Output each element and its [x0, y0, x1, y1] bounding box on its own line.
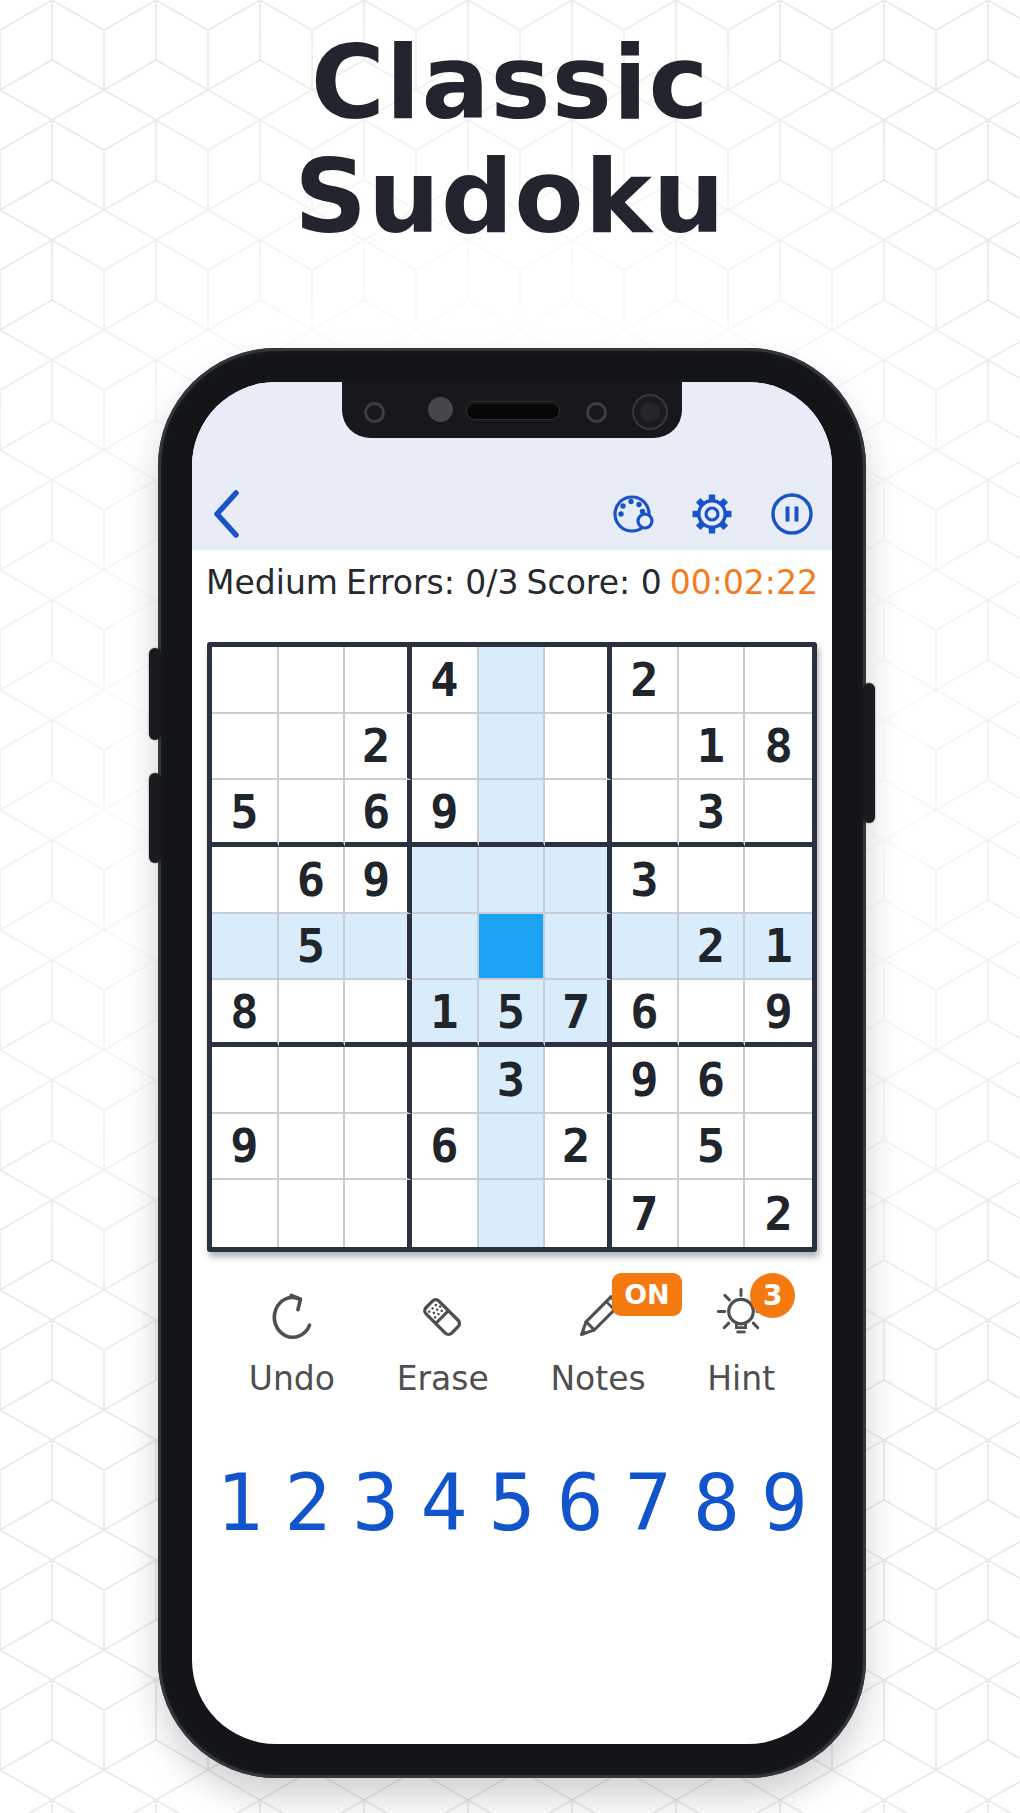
hint-button[interactable]: 3	[707, 1287, 775, 1398]
cell-r8c8[interactable]: 5	[679, 1114, 746, 1181]
cell-r4c3[interactable]: 9	[345, 847, 412, 914]
undo-icon	[261, 1287, 323, 1349]
numpad-9[interactable]: 9	[761, 1464, 808, 1542]
number-pad: 123456789	[192, 1464, 832, 1542]
cell-r8c4[interactable]: 6	[412, 1114, 479, 1181]
cell-r6c4[interactable]: 1	[412, 980, 479, 1047]
cell-r5c8[interactable]: 2	[679, 914, 746, 981]
cell-r8c9[interactable]	[745, 1114, 812, 1181]
cell-r7c5[interactable]: 3	[479, 1047, 546, 1114]
cell-r3c3[interactable]: 6	[345, 780, 412, 847]
cell-r5c7[interactable]	[612, 914, 679, 981]
cell-r4c5[interactable]	[479, 847, 546, 914]
pause-button[interactable]	[768, 490, 816, 538]
numpad-1[interactable]: 1	[216, 1464, 263, 1542]
cell-r8c6[interactable]: 2	[545, 1114, 612, 1181]
cell-r5c9[interactable]: 1	[745, 914, 812, 981]
sensor-dot-icon	[364, 402, 385, 423]
back-button[interactable]	[208, 486, 252, 542]
cell-r9c8[interactable]	[679, 1180, 746, 1247]
sudoku-board: 422185693693521815769396962572	[207, 642, 817, 1252]
cell-r3c7[interactable]	[612, 780, 679, 847]
cell-r8c5[interactable]	[479, 1114, 546, 1181]
cell-r9c1[interactable]	[212, 1180, 279, 1247]
cell-r3c9[interactable]	[745, 780, 812, 847]
back-chevron-icon	[208, 486, 252, 542]
numpad-8[interactable]: 8	[693, 1464, 740, 1542]
sensor-dot-icon	[586, 402, 607, 423]
difficulty-label: Medium	[206, 563, 338, 602]
page-title-line1: Classic	[0, 26, 1020, 140]
power-button	[863, 683, 875, 823]
notes-on-badge: ON	[612, 1273, 682, 1316]
cell-r2c8[interactable]: 1	[679, 714, 746, 781]
cell-r9c4[interactable]	[412, 1180, 479, 1247]
cell-r1c6[interactable]	[545, 647, 612, 714]
cell-r7c4[interactable]	[412, 1047, 479, 1114]
numpad-3[interactable]: 3	[352, 1464, 399, 1542]
undo-button[interactable]: Undo	[249, 1287, 335, 1398]
cell-r1c2[interactable]	[279, 647, 346, 714]
volume-down-button	[149, 773, 161, 863]
page-title-line2: Sudoku	[0, 140, 1020, 254]
hint-label: Hint	[707, 1359, 775, 1398]
cell-r9c5[interactable]	[479, 1180, 546, 1247]
status-row: Medium Errors: 0/3 Score: 0 00:02:22	[192, 560, 832, 604]
cell-r4c4[interactable]	[412, 847, 479, 914]
cell-r6c2[interactable]	[279, 980, 346, 1047]
cell-r5c5[interactable]	[479, 914, 546, 981]
toolbar: Undo Erase	[192, 1287, 832, 1398]
score-label: Score: 0	[527, 563, 662, 602]
palette-icon	[608, 490, 656, 538]
eraser-icon	[412, 1287, 474, 1349]
cell-r2c2[interactable]	[279, 714, 346, 781]
numpad-4[interactable]: 4	[420, 1464, 467, 1542]
cell-r1c3[interactable]	[345, 647, 412, 714]
front-sensor-icon	[428, 397, 453, 422]
cell-r2c9[interactable]: 8	[745, 714, 812, 781]
page: Classic Sudoku	[0, 0, 1020, 1813]
cell-r9c9[interactable]: 2	[745, 1180, 812, 1247]
cell-r8c3[interactable]	[345, 1114, 412, 1181]
cell-r2c4[interactable]	[412, 714, 479, 781]
cell-r7c3[interactable]	[345, 1047, 412, 1114]
cell-r7c1[interactable]	[212, 1047, 279, 1114]
volume-up-button	[149, 648, 161, 740]
cell-r6c8[interactable]	[679, 980, 746, 1047]
numpad-7[interactable]: 7	[625, 1464, 672, 1542]
cell-r4c7[interactable]: 3	[612, 847, 679, 914]
cell-r4c1[interactable]	[212, 847, 279, 914]
cell-r8c2[interactable]	[279, 1114, 346, 1181]
numpad-5[interactable]: 5	[489, 1464, 536, 1542]
cell-r2c5[interactable]	[479, 714, 546, 781]
cell-r6c6[interactable]: 7	[545, 980, 612, 1047]
cell-r6c5[interactable]: 5	[479, 980, 546, 1047]
cell-r3c1[interactable]: 5	[212, 780, 279, 847]
cell-r1c9[interactable]	[745, 647, 812, 714]
cell-r2c7[interactable]	[612, 714, 679, 781]
cell-r1c1[interactable]	[212, 647, 279, 714]
cell-r6c3[interactable]	[345, 980, 412, 1047]
errors-label: Errors: 0/3	[346, 563, 518, 602]
gear-icon	[688, 490, 736, 538]
cell-r8c7[interactable]	[612, 1114, 679, 1181]
nav-row	[192, 486, 832, 542]
cell-r5c3[interactable]	[345, 914, 412, 981]
timer-value: 00:02:22	[670, 563, 818, 602]
cell-r3c6[interactable]	[545, 780, 612, 847]
cell-r6c1[interactable]: 8	[212, 980, 279, 1047]
hint-count-badge: 3	[750, 1273, 795, 1318]
cell-r5c2[interactable]: 5	[279, 914, 346, 981]
cell-r5c6[interactable]	[545, 914, 612, 981]
cell-r4c2[interactable]: 6	[279, 847, 346, 914]
numpad-6[interactable]: 6	[557, 1464, 604, 1542]
cell-r6c9[interactable]: 9	[745, 980, 812, 1047]
cell-r7c2[interactable]	[279, 1047, 346, 1114]
settings-button[interactable]	[688, 490, 736, 538]
cell-r3c8[interactable]: 3	[679, 780, 746, 847]
cell-r9c7[interactable]: 7	[612, 1180, 679, 1247]
cell-r3c4[interactable]: 9	[412, 780, 479, 847]
cell-r1c4[interactable]: 4	[412, 647, 479, 714]
front-camera-lens	[632, 394, 668, 430]
cell-r7c7[interactable]: 9	[612, 1047, 679, 1114]
erase-label: Erase	[397, 1359, 489, 1398]
cell-r5c1[interactable]	[212, 914, 279, 981]
cell-r7c6[interactable]	[545, 1047, 612, 1114]
cell-r4c6[interactable]	[545, 847, 612, 914]
notes-button[interactable]: ON Notes	[550, 1287, 645, 1398]
cell-r9c2[interactable]	[279, 1180, 346, 1247]
numpad-2[interactable]: 2	[284, 1464, 331, 1542]
erase-button[interactable]: Erase	[397, 1287, 489, 1398]
cell-r2c1[interactable]	[212, 714, 279, 781]
cell-r1c5[interactable]	[479, 647, 546, 714]
cell-r3c2[interactable]	[279, 780, 346, 847]
notes-label: Notes	[550, 1359, 645, 1398]
cell-r8c1[interactable]: 9	[212, 1114, 279, 1181]
undo-label: Undo	[249, 1359, 335, 1398]
cell-r1c8[interactable]	[679, 647, 746, 714]
phone-frame: Medium Errors: 0/3 Score: 0 00:02:22 422…	[158, 348, 866, 1778]
phone-notch	[342, 382, 682, 438]
cell-r9c6[interactable]	[545, 1180, 612, 1247]
cell-r1c7[interactable]: 2	[612, 647, 679, 714]
cell-r3c5[interactable]	[479, 780, 546, 847]
cell-r5c4[interactable]	[412, 914, 479, 981]
cell-r2c6[interactable]	[545, 714, 612, 781]
page-title: Classic Sudoku	[0, 26, 1020, 254]
nav-icons	[608, 490, 816, 538]
cell-r4c9[interactable]	[745, 847, 812, 914]
pause-icon	[768, 490, 816, 538]
cell-r7c8[interactable]: 6	[679, 1047, 746, 1114]
cell-r9c3[interactable]	[345, 1180, 412, 1247]
phone-screen: Medium Errors: 0/3 Score: 0 00:02:22 422…	[192, 382, 832, 1744]
cell-r6c7[interactable]: 6	[612, 980, 679, 1047]
theme-button[interactable]	[608, 490, 656, 538]
speaker-grille	[466, 401, 560, 420]
cell-r7c9[interactable]	[745, 1047, 812, 1114]
cell-r4c8[interactable]	[679, 847, 746, 914]
cell-r2c3[interactable]: 2	[345, 714, 412, 781]
